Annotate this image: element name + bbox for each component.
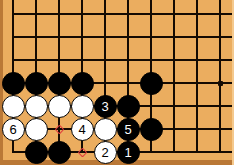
star-point-k4 — [218, 81, 223, 86]
black-stone-c4[interactable] — [48, 72, 71, 95]
white-stone-c3[interactable] — [48, 95, 71, 118]
board-frame-right — [232, 0, 234, 165]
black-stone-c1[interactable] — [48, 141, 71, 164]
black-stone-a4[interactable] — [2, 72, 25, 95]
black-stone-b1[interactable] — [25, 141, 48, 164]
grid-line-horizontal — [12, 36, 234, 38]
black-stone-f1[interactable]: 1 — [117, 141, 140, 164]
grid-line-horizontal — [12, 59, 234, 61]
white-stone-b3[interactable] — [25, 95, 48, 118]
white-stone-a2[interactable]: 6 — [2, 118, 25, 141]
grid-line-horizontal — [12, 13, 234, 15]
grid-line-vertical — [219, 0, 221, 153]
black-stone-g4[interactable] — [140, 72, 163, 95]
white-stone-d2[interactable]: 4 — [71, 118, 94, 141]
black-stone-f2[interactable]: 5 — [117, 118, 140, 141]
white-stone-e1[interactable]: 2 — [94, 141, 117, 164]
black-stone-d4[interactable] — [71, 72, 94, 95]
grid-line-vertical — [173, 0, 175, 153]
black-stone-e3[interactable]: 3 — [94, 95, 117, 118]
go-board-diagram: 364521 — [0, 0, 234, 165]
black-stone-g2[interactable] — [140, 118, 163, 141]
black-stone-b4[interactable] — [25, 72, 48, 95]
marked-point-c2[interactable] — [54, 124, 64, 134]
white-stone-b2[interactable] — [25, 118, 48, 141]
white-stone-d3[interactable] — [71, 95, 94, 118]
grid-line-vertical — [196, 0, 198, 153]
black-stone-f3[interactable] — [117, 95, 140, 118]
white-stone-a3[interactable] — [2, 95, 25, 118]
marked-point-d1[interactable] — [77, 147, 87, 157]
white-stone-e2[interactable] — [94, 118, 117, 141]
